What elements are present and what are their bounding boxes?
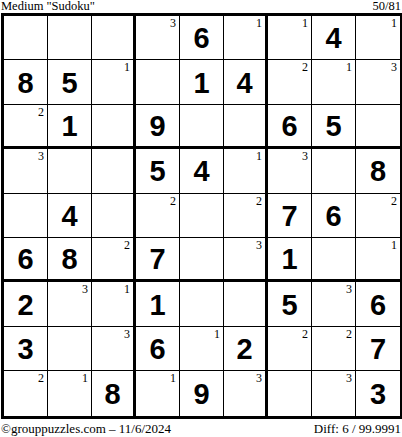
pencil-mark: 1 — [391, 238, 397, 252]
cell-r6c9[interactable]: 1 — [356, 238, 400, 282]
cell-r1c9[interactable]: 1 — [356, 16, 400, 60]
given-digit: 3 — [17, 335, 33, 364]
cell-r9c4[interactable]: 1 — [136, 371, 180, 415]
cell-r8c7[interactable]: 2 — [268, 327, 312, 371]
cell-r7c6[interactable] — [224, 282, 268, 326]
cell-r6c7: 1 — [268, 238, 312, 282]
pencil-mark: 3 — [124, 327, 130, 341]
pencil-mark: 3 — [256, 371, 262, 385]
cell-r8c3[interactable]: 3 — [92, 327, 136, 371]
given-digit: 7 — [149, 245, 165, 274]
cell-r9c6[interactable]: 3 — [224, 371, 268, 415]
given-digit: 7 — [281, 202, 297, 231]
cell-r7c1: 2 — [4, 282, 48, 326]
cell-r7c8[interactable]: 3 — [312, 282, 356, 326]
page-header: Medium "Sudoku" 50/81 — [0, 0, 402, 13]
cell-r9c7[interactable] — [268, 371, 312, 415]
pencil-mark: 1 — [302, 16, 308, 30]
cell-r6c2: 8 — [48, 238, 92, 282]
cell-r8c2[interactable] — [48, 327, 92, 371]
cell-r3c8: 5 — [312, 105, 356, 149]
cell-r4c3[interactable] — [92, 149, 136, 193]
puzzle-title: Medium "Sudoku" — [1, 0, 95, 13]
cell-r1c4[interactable]: 3 — [136, 16, 180, 60]
cell-r1c8: 4 — [312, 16, 356, 60]
given-digit: 2 — [17, 291, 33, 320]
cell-r5c5[interactable] — [180, 194, 224, 238]
cell-r6c3[interactable]: 2 — [92, 238, 136, 282]
pencil-mark: 1 — [170, 371, 176, 385]
cell-r1c1[interactable] — [4, 16, 48, 60]
cell-r4c2[interactable] — [48, 149, 92, 193]
given-digit: 1 — [281, 245, 297, 274]
cell-r7c2[interactable]: 3 — [48, 282, 92, 326]
cell-r8c6: 2 — [224, 327, 268, 371]
given-digit: 1 — [149, 291, 165, 320]
pencil-mark: 3 — [346, 371, 352, 385]
pencil-mark: 2 — [391, 194, 397, 208]
pencil-mark: 3 — [170, 16, 176, 30]
cell-r4c5: 4 — [180, 149, 224, 193]
cell-r2c9[interactable]: 3 — [356, 60, 400, 104]
cell-r8c8[interactable]: 2 — [312, 327, 356, 371]
cell-r6c4: 7 — [136, 238, 180, 282]
cell-r2c2: 5 — [48, 60, 92, 104]
given-digit: 8 — [61, 245, 77, 274]
given-digit: 8 — [17, 69, 33, 98]
given-digit: 6 — [281, 112, 297, 141]
cell-r7c9: 6 — [356, 282, 400, 326]
given-digit: 4 — [193, 157, 209, 186]
pencil-mark: 3 — [346, 282, 352, 296]
cell-r1c3[interactable] — [92, 16, 136, 60]
cell-r7c7: 5 — [268, 282, 312, 326]
given-digit: 6 — [193, 24, 209, 53]
cell-r7c3[interactable]: 1 — [92, 282, 136, 326]
given-digit: 4 — [236, 69, 252, 98]
cell-r2c6: 4 — [224, 60, 268, 104]
cell-r1c5: 6 — [180, 16, 224, 60]
cell-r5c7: 7 — [268, 194, 312, 238]
given-digit: 6 — [149, 335, 165, 364]
sudoku-grid: 3611418511421321965354138422762682731123… — [1, 13, 402, 419]
cell-r5c4[interactable]: 2 — [136, 194, 180, 238]
given-digit: 6 — [370, 291, 386, 320]
cell-r3c6[interactable] — [224, 105, 268, 149]
cell-r5c8: 6 — [312, 194, 356, 238]
pencil-mark: 1 — [346, 60, 352, 74]
cell-r3c3[interactable] — [92, 105, 136, 149]
cell-r9c5: 9 — [180, 371, 224, 415]
cell-r6c6[interactable]: 3 — [224, 238, 268, 282]
cell-r4c1[interactable]: 3 — [4, 149, 48, 193]
cell-r4c9: 8 — [356, 149, 400, 193]
cell-r5c3[interactable] — [92, 194, 136, 238]
cell-r3c5[interactable] — [180, 105, 224, 149]
cell-r9c8[interactable]: 3 — [312, 371, 356, 415]
page-footer: ©grouppuzzles.com – 11/6/2024 Diff: 6 / … — [0, 422, 402, 436]
given-digit: 8 — [104, 380, 120, 409]
cell-r1c7[interactable]: 1 — [268, 16, 312, 60]
given-digit: 1 — [61, 112, 77, 141]
given-digit: 7 — [370, 335, 386, 364]
pencil-mark: 1 — [124, 282, 130, 296]
cell-r9c1[interactable]: 2 — [4, 371, 48, 415]
given-digit: 5 — [61, 69, 77, 98]
cell-r2c3[interactable]: 1 — [92, 60, 136, 104]
pencil-mark: 3 — [391, 60, 397, 74]
cell-r5c9[interactable]: 2 — [356, 194, 400, 238]
pencil-mark: 2 — [38, 105, 44, 119]
cell-r3c4: 9 — [136, 105, 180, 149]
empty-cell-counter: 50/81 — [373, 0, 401, 13]
pencil-mark: 2 — [38, 371, 44, 385]
cell-r3c9[interactable] — [356, 105, 400, 149]
cell-r2c1: 8 — [4, 60, 48, 104]
cell-r1c6[interactable]: 1 — [224, 16, 268, 60]
given-digit: 4 — [61, 202, 77, 231]
cell-r5c1[interactable] — [4, 194, 48, 238]
cell-r7c5[interactable] — [180, 282, 224, 326]
pencil-mark: 1 — [391, 16, 397, 30]
cell-r5c2: 4 — [48, 194, 92, 238]
pencil-mark: 1 — [124, 60, 130, 74]
pencil-mark: 1 — [256, 16, 262, 30]
difficulty-text: Diff: 6 / 99.9991 — [314, 422, 401, 436]
pencil-mark: 1 — [82, 371, 88, 385]
cell-r2c4[interactable] — [136, 60, 180, 104]
cell-r3c7: 6 — [268, 105, 312, 149]
pencil-mark: 3 — [302, 149, 308, 163]
given-digit: 5 — [149, 157, 165, 186]
pencil-mark: 2 — [346, 327, 352, 341]
cell-r8c1: 3 — [4, 327, 48, 371]
pencil-mark: 3 — [38, 149, 44, 163]
cell-r3c1[interactable]: 2 — [4, 105, 48, 149]
given-digit: 1 — [193, 69, 209, 98]
given-digit: 5 — [325, 112, 341, 141]
cell-r4c8[interactable] — [312, 149, 356, 193]
given-digit: 5 — [281, 291, 297, 320]
cell-r4c6[interactable]: 1 — [224, 149, 268, 193]
given-digit: 9 — [193, 380, 209, 409]
pencil-mark: 1 — [256, 149, 262, 163]
cell-r3c2: 1 — [48, 105, 92, 149]
cell-r6c5[interactable] — [180, 238, 224, 282]
pencil-mark: 2 — [302, 327, 308, 341]
given-digit: 6 — [17, 245, 33, 274]
pencil-mark: 2 — [124, 238, 130, 252]
cell-r4c4: 5 — [136, 149, 180, 193]
pencil-mark: 2 — [170, 194, 176, 208]
cell-r9c3: 8 — [92, 371, 136, 415]
given-digit: 8 — [370, 157, 386, 186]
cell-r4c7[interactable]: 3 — [268, 149, 312, 193]
given-digit: 3 — [370, 380, 386, 409]
pencil-mark: 3 — [256, 238, 262, 252]
cell-r1c2[interactable] — [48, 16, 92, 60]
cell-r8c9: 7 — [356, 327, 400, 371]
pencil-mark: 2 — [302, 60, 308, 74]
cell-r6c1: 6 — [4, 238, 48, 282]
cell-r8c4: 6 — [136, 327, 180, 371]
given-digit: 2 — [236, 335, 252, 364]
cell-r7c4: 1 — [136, 282, 180, 326]
copyright-text: ©grouppuzzles.com – 11/6/2024 — [1, 422, 171, 436]
pencil-mark: 3 — [82, 282, 88, 296]
cell-r2c5: 1 — [180, 60, 224, 104]
pencil-mark: 1 — [214, 327, 220, 341]
cell-r5c6[interactable]: 2 — [224, 194, 268, 238]
given-digit: 9 — [149, 112, 165, 141]
cell-r8c5[interactable]: 1 — [180, 327, 224, 371]
cell-r2c8[interactable]: 1 — [312, 60, 356, 104]
given-digit: 6 — [325, 202, 341, 231]
cell-r6c8[interactable] — [312, 238, 356, 282]
cell-r9c2[interactable]: 1 — [48, 371, 92, 415]
given-digit: 4 — [325, 24, 341, 53]
pencil-mark: 2 — [256, 194, 262, 208]
cell-r9c9: 3 — [356, 371, 400, 415]
cell-r2c7[interactable]: 2 — [268, 60, 312, 104]
